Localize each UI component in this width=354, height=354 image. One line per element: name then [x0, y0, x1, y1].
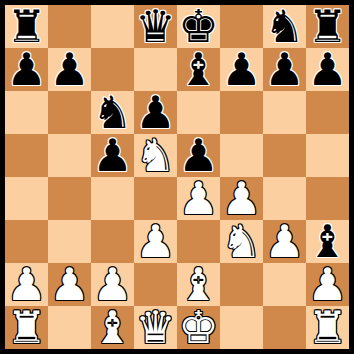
- piece-white-bishop[interactable]: ♝: [92, 306, 132, 349]
- square-e3[interactable]: [177, 220, 220, 263]
- square-a6[interactable]: [5, 91, 48, 134]
- square-c4[interactable]: [91, 177, 134, 220]
- square-d1[interactable]: ♛: [134, 306, 177, 349]
- piece-white-knight[interactable]: ♞: [135, 134, 175, 177]
- piece-black-knight[interactable]: ♞: [264, 5, 304, 48]
- piece-white-pawn[interactable]: ♟: [49, 263, 89, 306]
- square-g7[interactable]: ♟: [263, 48, 306, 91]
- piece-white-king[interactable]: ♚: [178, 306, 218, 349]
- square-g8[interactable]: ♞: [263, 5, 306, 48]
- square-g5[interactable]: [263, 134, 306, 177]
- piece-black-pawn[interactable]: ♟: [135, 91, 175, 134]
- chess-board-frame: ♜♛♚♞♜♟♟♝♟♟♟♞♟♟♞♟♟♟♟♞♟♝♟♟♟♝♟♜♝♛♚♜: [0, 0, 354, 354]
- square-b6[interactable]: [48, 91, 91, 134]
- piece-white-queen[interactable]: ♛: [135, 306, 175, 349]
- piece-black-knight[interactable]: ♞: [92, 91, 132, 134]
- square-b3[interactable]: [48, 220, 91, 263]
- square-a5[interactable]: [5, 134, 48, 177]
- piece-white-pawn[interactable]: ♟: [92, 263, 132, 306]
- square-c5[interactable]: ♟: [91, 134, 134, 177]
- square-f2[interactable]: [220, 263, 263, 306]
- square-h4[interactable]: [306, 177, 349, 220]
- square-b4[interactable]: [48, 177, 91, 220]
- square-h1[interactable]: ♜: [306, 306, 349, 349]
- square-f1[interactable]: [220, 306, 263, 349]
- square-d2[interactable]: [134, 263, 177, 306]
- square-h6[interactable]: [306, 91, 349, 134]
- piece-white-pawn[interactable]: ♟: [135, 220, 175, 263]
- square-f3[interactable]: ♞: [220, 220, 263, 263]
- square-c8[interactable]: [91, 5, 134, 48]
- piece-white-bishop[interactable]: ♝: [178, 263, 218, 306]
- square-g3[interactable]: ♟: [263, 220, 306, 263]
- square-g6[interactable]: [263, 91, 306, 134]
- square-f8[interactable]: [220, 5, 263, 48]
- piece-white-pawn[interactable]: ♟: [264, 220, 304, 263]
- piece-black-pawn[interactable]: ♟: [92, 134, 132, 177]
- chess-board: ♜♛♚♞♜♟♟♝♟♟♟♞♟♟♞♟♟♟♟♞♟♝♟♟♟♝♟♜♝♛♚♜: [5, 5, 349, 349]
- square-c7[interactable]: [91, 48, 134, 91]
- square-e4[interactable]: ♟: [177, 177, 220, 220]
- square-f6[interactable]: [220, 91, 263, 134]
- piece-white-pawn[interactable]: ♟: [6, 263, 46, 306]
- piece-white-pawn[interactable]: ♟: [307, 263, 347, 306]
- piece-black-rook[interactable]: ♜: [307, 5, 347, 48]
- piece-black-queen[interactable]: ♛: [135, 5, 175, 48]
- square-b8[interactable]: [48, 5, 91, 48]
- square-h5[interactable]: [306, 134, 349, 177]
- square-e2[interactable]: ♝: [177, 263, 220, 306]
- square-h2[interactable]: ♟: [306, 263, 349, 306]
- square-a1[interactable]: ♜: [5, 306, 48, 349]
- square-g1[interactable]: [263, 306, 306, 349]
- square-d8[interactable]: ♛: [134, 5, 177, 48]
- square-e1[interactable]: ♚: [177, 306, 220, 349]
- piece-black-king[interactable]: ♚: [178, 5, 218, 48]
- piece-white-knight[interactable]: ♞: [221, 220, 261, 263]
- square-d5[interactable]: ♞: [134, 134, 177, 177]
- square-f7[interactable]: ♟: [220, 48, 263, 91]
- piece-black-pawn[interactable]: ♟: [221, 48, 261, 91]
- square-d6[interactable]: ♟: [134, 91, 177, 134]
- square-e6[interactable]: [177, 91, 220, 134]
- square-f4[interactable]: ♟: [220, 177, 263, 220]
- square-d7[interactable]: [134, 48, 177, 91]
- piece-white-rook[interactable]: ♜: [307, 306, 347, 349]
- square-e7[interactable]: ♝: [177, 48, 220, 91]
- square-e8[interactable]: ♚: [177, 5, 220, 48]
- square-a7[interactable]: ♟: [5, 48, 48, 91]
- square-b1[interactable]: [48, 306, 91, 349]
- piece-white-rook[interactable]: ♜: [6, 306, 46, 349]
- piece-black-pawn[interactable]: ♟: [264, 48, 304, 91]
- square-h8[interactable]: ♜: [306, 5, 349, 48]
- square-c3[interactable]: [91, 220, 134, 263]
- piece-black-pawn[interactable]: ♟: [307, 48, 347, 91]
- piece-black-pawn[interactable]: ♟: [49, 48, 89, 91]
- square-c6[interactable]: ♞: [91, 91, 134, 134]
- square-b2[interactable]: ♟: [48, 263, 91, 306]
- square-h3[interactable]: ♝: [306, 220, 349, 263]
- square-a3[interactable]: [5, 220, 48, 263]
- piece-black-bishop[interactable]: ♝: [307, 220, 347, 263]
- square-c2[interactable]: ♟: [91, 263, 134, 306]
- square-d4[interactable]: [134, 177, 177, 220]
- square-c1[interactable]: ♝: [91, 306, 134, 349]
- piece-white-pawn[interactable]: ♟: [178, 177, 218, 220]
- square-g2[interactable]: [263, 263, 306, 306]
- square-e5[interactable]: ♟: [177, 134, 220, 177]
- square-d3[interactable]: ♟: [134, 220, 177, 263]
- square-b7[interactable]: ♟: [48, 48, 91, 91]
- square-f5[interactable]: [220, 134, 263, 177]
- square-a4[interactable]: [5, 177, 48, 220]
- piece-black-pawn[interactable]: ♟: [178, 134, 218, 177]
- piece-white-pawn[interactable]: ♟: [221, 177, 261, 220]
- piece-black-pawn[interactable]: ♟: [6, 48, 46, 91]
- piece-black-rook[interactable]: ♜: [6, 5, 46, 48]
- square-a8[interactable]: ♜: [5, 5, 48, 48]
- piece-black-bishop[interactable]: ♝: [178, 48, 218, 91]
- square-a2[interactable]: ♟: [5, 263, 48, 306]
- square-h7[interactable]: ♟: [306, 48, 349, 91]
- square-b5[interactable]: [48, 134, 91, 177]
- square-g4[interactable]: [263, 177, 306, 220]
